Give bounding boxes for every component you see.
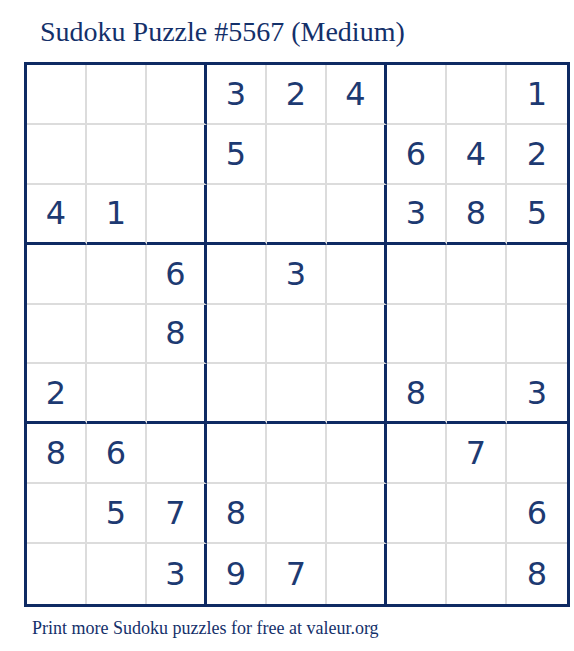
- cell-r6c5[interactable]: [267, 364, 327, 424]
- given-digit: 1: [106, 194, 126, 232]
- cell-r5c4[interactable]: [207, 305, 267, 365]
- given-digit: 2: [527, 135, 547, 173]
- cell-r9c9[interactable]: 8: [507, 544, 567, 604]
- cell-r1c6[interactable]: 4: [327, 65, 387, 125]
- cell-r2c8[interactable]: 4: [447, 125, 507, 185]
- given-digit: 8: [46, 434, 66, 472]
- cell-r3c1[interactable]: 4: [27, 185, 87, 245]
- cell-r5c6[interactable]: [327, 305, 387, 365]
- sudoku-board: 324156424138563828386757863978: [24, 62, 570, 607]
- cell-r7c1[interactable]: 8: [27, 424, 87, 484]
- cell-r7c4[interactable]: [207, 424, 267, 484]
- cell-r8c4[interactable]: 8: [207, 484, 267, 544]
- cell-r1c8[interactable]: [447, 65, 507, 125]
- given-digit: 2: [46, 374, 66, 412]
- cell-r6c1[interactable]: 2: [27, 364, 87, 424]
- cell-r4c7[interactable]: [387, 245, 447, 305]
- given-digit: 1: [527, 75, 547, 113]
- cell-r2c5[interactable]: [267, 125, 327, 185]
- cell-r9c7[interactable]: [387, 544, 447, 604]
- cell-r7c8[interactable]: 7: [447, 424, 507, 484]
- given-digit: 6: [106, 434, 126, 472]
- cell-r3c8[interactable]: 8: [447, 185, 507, 245]
- cell-r8c5[interactable]: [267, 484, 327, 544]
- given-digit: 8: [165, 314, 185, 352]
- given-digit: 3: [286, 255, 306, 293]
- cell-r7c3[interactable]: [147, 424, 207, 484]
- page-title: Sudoku Puzzle #5567 (Medium): [40, 16, 405, 48]
- cell-r3c6[interactable]: [327, 185, 387, 245]
- cell-r4c2[interactable]: [87, 245, 147, 305]
- cell-r7c7[interactable]: [387, 424, 447, 484]
- cell-r8c6[interactable]: [327, 484, 387, 544]
- given-digit: 2: [286, 75, 306, 113]
- cell-r4c6[interactable]: [327, 245, 387, 305]
- cell-r8c8[interactable]: [447, 484, 507, 544]
- given-digit: 7: [165, 494, 185, 532]
- given-digit: 3: [226, 75, 246, 113]
- cell-r9c8[interactable]: [447, 544, 507, 604]
- cell-r9c3[interactable]: 3: [147, 544, 207, 604]
- cell-r3c3[interactable]: [147, 185, 207, 245]
- cell-r5c2[interactable]: [87, 305, 147, 365]
- cell-r6c2[interactable]: [87, 364, 147, 424]
- given-digit: 4: [345, 75, 365, 113]
- cell-r1c2[interactable]: [87, 65, 147, 125]
- cell-r1c5[interactable]: 2: [267, 65, 327, 125]
- cell-r3c5[interactable]: [267, 185, 327, 245]
- cell-r9c1[interactable]: [27, 544, 87, 604]
- cell-r2c6[interactable]: [327, 125, 387, 185]
- cell-r6c8[interactable]: [447, 364, 507, 424]
- cell-r5c5[interactable]: [267, 305, 327, 365]
- cell-r8c1[interactable]: [27, 484, 87, 544]
- cell-r2c4[interactable]: 5: [207, 125, 267, 185]
- cell-r2c1[interactable]: [27, 125, 87, 185]
- cell-r7c5[interactable]: [267, 424, 327, 484]
- cell-r2c7[interactable]: 6: [387, 125, 447, 185]
- cell-r9c6[interactable]: [327, 544, 387, 604]
- cell-r2c3[interactable]: [147, 125, 207, 185]
- cell-r4c8[interactable]: [447, 245, 507, 305]
- cell-r6c7[interactable]: 8: [387, 364, 447, 424]
- given-digit: 5: [106, 494, 126, 532]
- cell-r8c2[interactable]: 5: [87, 484, 147, 544]
- cell-r4c1[interactable]: [27, 245, 87, 305]
- cell-r8c3[interactable]: 7: [147, 484, 207, 544]
- cell-r5c9[interactable]: [507, 305, 567, 365]
- cell-r1c3[interactable]: [147, 65, 207, 125]
- given-digit: 6: [165, 255, 185, 293]
- given-digit: 6: [406, 135, 426, 173]
- cell-r8c7[interactable]: [387, 484, 447, 544]
- cell-r1c4[interactable]: 3: [207, 65, 267, 125]
- given-digit: 5: [226, 135, 246, 173]
- cell-r5c8[interactable]: [447, 305, 507, 365]
- cell-r3c9[interactable]: 5: [507, 185, 567, 245]
- given-digit: 8: [406, 374, 426, 412]
- cell-r4c4[interactable]: [207, 245, 267, 305]
- cell-r1c1[interactable]: [27, 65, 87, 125]
- cell-r2c2[interactable]: [87, 125, 147, 185]
- cell-r6c3[interactable]: [147, 364, 207, 424]
- cell-r1c9[interactable]: 1: [507, 65, 567, 125]
- cell-r6c4[interactable]: [207, 364, 267, 424]
- cell-r3c7[interactable]: 3: [387, 185, 447, 245]
- given-digit: 4: [466, 135, 486, 173]
- cell-r4c3[interactable]: 6: [147, 245, 207, 305]
- cell-r9c2[interactable]: [87, 544, 147, 604]
- given-digit: 3: [406, 194, 426, 232]
- cell-r6c6[interactable]: [327, 364, 387, 424]
- given-digit: 8: [466, 194, 486, 232]
- footer-credit: Print more Sudoku puzzles for free at va…: [32, 618, 379, 639]
- cell-r4c5[interactable]: 3: [267, 245, 327, 305]
- given-digit: 4: [46, 194, 66, 232]
- cell-r1c7[interactable]: [387, 65, 447, 125]
- cell-r2c9[interactable]: 2: [507, 125, 567, 185]
- cell-r9c4[interactable]: 9: [207, 544, 267, 604]
- given-digit: 3: [527, 374, 547, 412]
- given-digit: 7: [286, 555, 306, 593]
- given-digit: 5: [527, 194, 547, 232]
- cell-r7c2[interactable]: 6: [87, 424, 147, 484]
- given-digit: 3: [165, 555, 185, 593]
- given-digit: 8: [527, 555, 547, 593]
- cell-r7c6[interactable]: [327, 424, 387, 484]
- cell-r5c3[interactable]: 8: [147, 305, 207, 365]
- cell-r7c9[interactable]: [507, 424, 567, 484]
- cell-r4c9[interactable]: [507, 245, 567, 305]
- cell-r3c2[interactable]: 1: [87, 185, 147, 245]
- cell-r3c4[interactable]: [207, 185, 267, 245]
- given-digit: 6: [527, 494, 547, 532]
- cell-r5c1[interactable]: [27, 305, 87, 365]
- cell-r9c5[interactable]: 7: [267, 544, 327, 604]
- cell-r5c7[interactable]: [387, 305, 447, 365]
- cell-r6c9[interactable]: 3: [507, 364, 567, 424]
- given-digit: 7: [466, 434, 486, 472]
- given-digit: 8: [226, 494, 246, 532]
- given-digit: 9: [226, 555, 246, 593]
- cell-r8c9[interactable]: 6: [507, 484, 567, 544]
